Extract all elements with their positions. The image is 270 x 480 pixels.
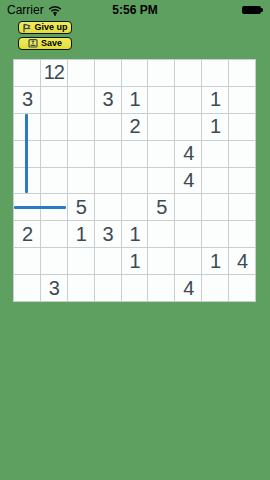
grid-cell-r4-c4[interactable] bbox=[95, 141, 121, 167]
grid-cell-r1-c8[interactable] bbox=[202, 60, 228, 86]
grid-cell-r1-c2[interactable]: 12 bbox=[41, 60, 67, 86]
grid-cell-r8-c7[interactable] bbox=[175, 248, 201, 274]
grid-cell-r7-c8[interactable] bbox=[202, 221, 228, 247]
grid-cell-r7-c6[interactable] bbox=[148, 221, 174, 247]
battery-cap bbox=[261, 8, 263, 12]
grid-cell-r7-c5[interactable]: 1 bbox=[122, 221, 148, 247]
grid-cell-r4-c9[interactable] bbox=[229, 141, 255, 167]
grid-cell-r8-c4[interactable] bbox=[95, 248, 121, 274]
grid-cell-r3-c2[interactable] bbox=[41, 114, 67, 140]
grid-cell-r4-c5[interactable] bbox=[122, 141, 148, 167]
grid-cell-r4-c2[interactable] bbox=[41, 141, 67, 167]
grid-cell-r5-c6[interactable] bbox=[148, 168, 174, 194]
grid-cell-r9-c6[interactable] bbox=[148, 275, 174, 301]
grid-cell-r4-c7[interactable]: 4 bbox=[175, 141, 201, 167]
grid-cell-r5-c4[interactable] bbox=[95, 168, 121, 194]
grid-cell-r2-c2[interactable] bbox=[41, 87, 67, 113]
grid-cell-r4-c1[interactable] bbox=[14, 141, 40, 167]
grid-cell-r3-c1[interactable] bbox=[14, 114, 40, 140]
grid-cell-r6-c3[interactable]: 5 bbox=[68, 194, 94, 220]
app-screen: Carrier 5:56 PM Give up Save 12331121445 bbox=[0, 0, 270, 480]
grid-cell-r6-c5[interactable] bbox=[122, 194, 148, 220]
battery-body bbox=[242, 6, 261, 14]
grid-cell-r2-c9[interactable] bbox=[229, 87, 255, 113]
grid-cell-r4-c8[interactable] bbox=[202, 141, 228, 167]
save-button[interactable]: Save bbox=[18, 37, 72, 50]
grid-cell-r7-c7[interactable] bbox=[175, 221, 201, 247]
save-icon bbox=[28, 38, 38, 48]
grid-cell-r2-c3[interactable] bbox=[68, 87, 94, 113]
grid-cell-r5-c1[interactable] bbox=[14, 168, 40, 194]
grid-cell-r9-c1[interactable] bbox=[14, 275, 40, 301]
grid-cell-r8-c3[interactable] bbox=[68, 248, 94, 274]
grid-cell-r8-c9[interactable]: 4 bbox=[229, 248, 255, 274]
grid-cell-r5-c7[interactable]: 4 bbox=[175, 168, 201, 194]
grid-cell-r7-c3[interactable]: 1 bbox=[68, 221, 94, 247]
grid-cell-r8-c5[interactable]: 1 bbox=[122, 248, 148, 274]
give-up-label: Give up bbox=[34, 23, 67, 32]
flag-icon bbox=[22, 23, 31, 33]
grid-cell-r5-c2[interactable] bbox=[41, 168, 67, 194]
grid-cell-r6-c7[interactable] bbox=[175, 194, 201, 220]
grid-cell-r3-c7[interactable] bbox=[175, 114, 201, 140]
grid-cell-r2-c7[interactable] bbox=[175, 87, 201, 113]
grid-cell-r6-c2[interactable] bbox=[41, 194, 67, 220]
grid-cell-r9-c9[interactable] bbox=[229, 275, 255, 301]
grid-cell-r2-c8[interactable]: 1 bbox=[202, 87, 228, 113]
grid-cell-r1-c1[interactable] bbox=[14, 60, 40, 86]
grid-cell-r9-c8[interactable] bbox=[202, 275, 228, 301]
grid-cell-r3-c6[interactable] bbox=[148, 114, 174, 140]
grid-cell-r3-c3[interactable] bbox=[68, 114, 94, 140]
grid-cell-r8-c1[interactable] bbox=[14, 248, 40, 274]
grid-cell-r2-c4[interactable]: 3 bbox=[95, 87, 121, 113]
grid-cell-r1-c6[interactable] bbox=[148, 60, 174, 86]
save-label: Save bbox=[41, 39, 62, 48]
grid-cell-r6-c1[interactable] bbox=[14, 194, 40, 220]
grid-cell-r1-c7[interactable] bbox=[175, 60, 201, 86]
grid-cell-r6-c4[interactable] bbox=[95, 194, 121, 220]
puzzle-grid: 123311214455213111434 bbox=[13, 59, 256, 302]
grid-cell-r9-c2[interactable]: 3 bbox=[41, 275, 67, 301]
grid-cell-r3-c5[interactable]: 2 bbox=[122, 114, 148, 140]
grid-cell-r6-c8[interactable] bbox=[202, 194, 228, 220]
grid-cell-r6-c9[interactable] bbox=[229, 194, 255, 220]
grid-cell-r3-c8[interactable]: 1 bbox=[202, 114, 228, 140]
grid-cell-r5-c9[interactable] bbox=[229, 168, 255, 194]
grid-cell-r6-c6[interactable]: 5 bbox=[148, 194, 174, 220]
grid-cell-r1-c9[interactable] bbox=[229, 60, 255, 86]
grid-cell-r1-c3[interactable] bbox=[68, 60, 94, 86]
grid-cell-r1-c5[interactable] bbox=[122, 60, 148, 86]
grid-cell-r5-c8[interactable] bbox=[202, 168, 228, 194]
grid-cell-r4-c6[interactable] bbox=[148, 141, 174, 167]
grid-cell-r5-c5[interactable] bbox=[122, 168, 148, 194]
carrier-label: Carrier bbox=[7, 3, 44, 17]
grid-cell-r5-c3[interactable] bbox=[68, 168, 94, 194]
status-bar: Carrier 5:56 PM bbox=[0, 0, 270, 20]
grid-cell-r9-c3[interactable] bbox=[68, 275, 94, 301]
grid-cell-r8-c6[interactable] bbox=[148, 248, 174, 274]
grid-cell-r7-c4[interactable]: 3 bbox=[95, 221, 121, 247]
grid-cell-r8-c2[interactable] bbox=[41, 248, 67, 274]
grid-cell-r7-c2[interactable] bbox=[41, 221, 67, 247]
grid-cell-r9-c7[interactable]: 4 bbox=[175, 275, 201, 301]
give-up-button[interactable]: Give up bbox=[18, 21, 72, 34]
grid-cell-r9-c5[interactable] bbox=[122, 275, 148, 301]
grid-cell-r4-c3[interactable] bbox=[68, 141, 94, 167]
grid-cell-r7-c9[interactable] bbox=[229, 221, 255, 247]
wifi-icon bbox=[48, 5, 62, 16]
grid-cell-r3-c4[interactable] bbox=[95, 114, 121, 140]
battery-icon bbox=[242, 6, 264, 14]
puzzle-board: 123311214455213111434 bbox=[13, 59, 256, 302]
grid-cell-r1-c4[interactable] bbox=[95, 60, 121, 86]
grid-cell-r8-c8[interactable]: 1 bbox=[202, 248, 228, 274]
grid-cell-r9-c4[interactable] bbox=[95, 275, 121, 301]
clock: 5:56 PM bbox=[112, 3, 157, 17]
grid-cell-r2-c5[interactable]: 1 bbox=[122, 87, 148, 113]
grid-cell-r2-c1[interactable]: 3 bbox=[14, 87, 40, 113]
grid-cell-r7-c1[interactable]: 2 bbox=[14, 221, 40, 247]
grid-cell-r3-c9[interactable] bbox=[229, 114, 255, 140]
grid-cell-r2-c6[interactable] bbox=[148, 87, 174, 113]
